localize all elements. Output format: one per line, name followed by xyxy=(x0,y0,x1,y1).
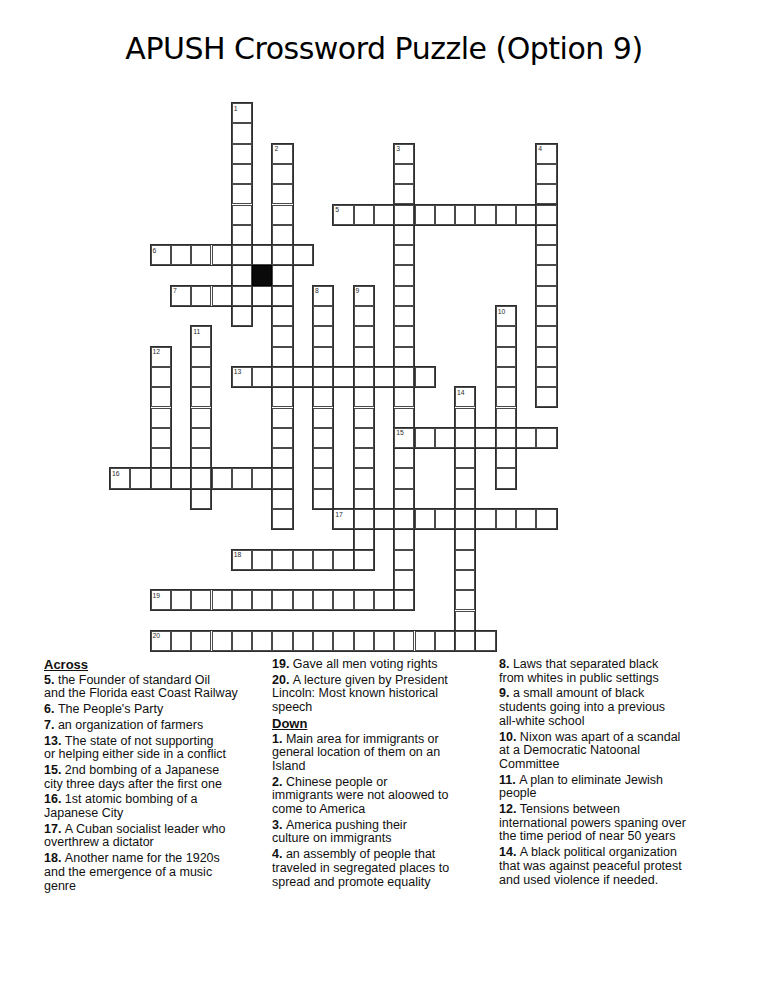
grid-cell[interactable] xyxy=(212,590,232,610)
clue-number: 18 xyxy=(234,551,242,558)
grid-cell[interactable] xyxy=(313,550,333,570)
grid-cell[interactable] xyxy=(151,387,171,407)
grid-cell[interactable] xyxy=(272,408,292,428)
grid-cell[interactable] xyxy=(232,306,252,326)
grid-cell[interactable] xyxy=(455,468,475,488)
grid-cell[interactable] xyxy=(272,509,292,529)
grid-cell[interactable] xyxy=(272,448,292,468)
grid-cell[interactable] xyxy=(394,164,414,184)
grid-cell[interactable] xyxy=(232,184,252,204)
clue-item-number: 19. xyxy=(272,657,289,671)
clue-4: 4. an assembly of people thattraveled in… xyxy=(272,848,502,889)
grid-cell[interactable] xyxy=(272,468,292,488)
crossword-grid: 1234567891011121314151617181920 xyxy=(0,0,768,660)
grid-cell[interactable] xyxy=(394,509,414,529)
grid-cell[interactable] xyxy=(354,509,374,529)
clue-number: 19 xyxy=(153,592,161,599)
grid-cell[interactable] xyxy=(191,387,211,407)
clue-item-number: 4. xyxy=(272,847,282,861)
clue-1: 1. Main area for immigrants orgeneral lo… xyxy=(272,733,502,774)
grid-cell[interactable] xyxy=(374,367,394,387)
grid-cell[interactable] xyxy=(475,428,495,448)
grid-cell[interactable] xyxy=(232,265,252,285)
grid-cell[interactable] xyxy=(293,550,313,570)
grid-cell[interactable] xyxy=(272,265,292,285)
grid-cell[interactable] xyxy=(394,205,414,225)
grid-cell[interactable] xyxy=(536,286,556,306)
grid-cell[interactable] xyxy=(252,590,272,610)
grid-cell[interactable] xyxy=(536,265,556,285)
grid-cell[interactable] xyxy=(516,428,536,448)
clue-item-number: 1. xyxy=(272,732,282,746)
grid-cell[interactable] xyxy=(272,225,292,245)
grid-cell[interactable] xyxy=(435,631,455,651)
grid-cell[interactable] xyxy=(394,225,414,245)
clue-14: 14. A black political organizationthat w… xyxy=(499,846,741,887)
clue-number: 20 xyxy=(153,632,161,639)
clue-item-number: 10. xyxy=(499,730,516,744)
grid-cell[interactable] xyxy=(151,367,171,387)
grid-cell[interactable] xyxy=(475,631,495,651)
grid-cell[interactable] xyxy=(536,306,556,326)
grid-cell[interactable] xyxy=(394,590,414,610)
grid-cell[interactable] xyxy=(496,347,516,367)
clue-6: 6. The People's Party xyxy=(44,703,276,717)
grid-cell[interactable] xyxy=(394,245,414,265)
grid-cell[interactable] xyxy=(374,590,394,610)
grid-cell[interactable] xyxy=(354,326,374,346)
grid-cell[interactable] xyxy=(496,205,516,225)
grid-cell[interactable] xyxy=(536,387,556,407)
grid-cell[interactable] xyxy=(333,590,353,610)
grid-cell[interactable] xyxy=(171,468,191,488)
grid-cell[interactable] xyxy=(536,509,556,529)
clue-3: 3. America pushing theirculture on immig… xyxy=(272,819,502,846)
clue-10: 10. Nixon was apart of a scandalat a Dem… xyxy=(499,731,741,772)
page: APUSH Crossword Puzzle (Option 9) 123456… xyxy=(0,0,768,994)
grid-cell[interactable] xyxy=(272,245,292,265)
grid-cell[interactable] xyxy=(394,367,414,387)
grid-cell[interactable] xyxy=(475,205,495,225)
clue-number: 4 xyxy=(538,145,542,152)
clue-number: 16 xyxy=(112,470,120,477)
grid-cell[interactable] xyxy=(455,408,475,428)
grid-cell[interactable] xyxy=(191,631,211,651)
grid-cell[interactable] xyxy=(232,245,252,265)
grid-cell[interactable] xyxy=(354,387,374,407)
grid-cell[interactable] xyxy=(212,245,232,265)
grid-cell[interactable] xyxy=(394,184,414,204)
grid-cell[interactable] xyxy=(333,550,353,570)
grid-cell[interactable] xyxy=(151,428,171,448)
grid-cell[interactable] xyxy=(354,428,374,448)
grid-cell[interactable] xyxy=(272,306,292,326)
clue-column-3: 8. Laws that separated blackfrom whites … xyxy=(499,658,741,889)
grid-cell[interactable] xyxy=(252,367,272,387)
clue-item-number: 17. xyxy=(44,822,61,836)
clue-number: 10 xyxy=(498,308,506,315)
grid-cell[interactable] xyxy=(333,631,353,651)
grid-cell[interactable] xyxy=(394,529,414,549)
grid-cell[interactable] xyxy=(496,408,516,428)
grid-cell[interactable] xyxy=(354,550,374,570)
grid-cell[interactable] xyxy=(212,631,232,651)
grid-cell[interactable] xyxy=(415,631,435,651)
clue-number: 7 xyxy=(173,287,177,294)
clue-number: 15 xyxy=(396,429,404,436)
down-header: Down xyxy=(272,717,502,731)
grid-cell[interactable] xyxy=(455,631,475,651)
grid-cell[interactable] xyxy=(455,509,475,529)
grid-cell[interactable] xyxy=(455,489,475,509)
grid-cell[interactable] xyxy=(394,306,414,326)
black-cell xyxy=(252,265,272,285)
grid-cell[interactable] xyxy=(354,408,374,428)
clue-11: 11. A plan to eliminate Jewishpeople xyxy=(499,774,741,801)
grid-cell[interactable] xyxy=(171,631,191,651)
clue-9: 9. a small amount of blackstudents going… xyxy=(499,687,741,728)
grid-cell[interactable] xyxy=(151,468,171,488)
grid-cell[interactable] xyxy=(191,448,211,468)
grid-cell[interactable] xyxy=(272,164,292,184)
grid-cell[interactable] xyxy=(191,468,211,488)
grid-cell[interactable] xyxy=(171,590,191,610)
clue-8: 8. Laws that separated blackfrom whites … xyxy=(499,658,741,685)
clue-number: 13 xyxy=(234,368,242,375)
grid-cell[interactable] xyxy=(212,468,232,488)
clue-15: 15. 2nd bombing of a Japanesecity three … xyxy=(44,764,276,791)
grid-cell[interactable] xyxy=(313,408,333,428)
grid-cell[interactable] xyxy=(354,489,374,509)
clue-number: 17 xyxy=(335,511,343,518)
clue-number: 6 xyxy=(153,247,157,254)
grid-cell[interactable] xyxy=(394,347,414,367)
grid-cell[interactable] xyxy=(516,205,536,225)
grid-cell[interactable] xyxy=(313,631,333,651)
grid-cell[interactable] xyxy=(151,408,171,428)
grid-cell[interactable] xyxy=(496,468,516,488)
clue-19: 19. Gave all men voting rights xyxy=(272,658,502,672)
clue-number: 14 xyxy=(457,389,465,396)
grid-cell[interactable] xyxy=(232,123,252,143)
grid-cell[interactable] xyxy=(212,286,232,306)
grid-cell[interactable] xyxy=(435,509,455,529)
grid-cell[interactable] xyxy=(536,184,556,204)
grid-cell[interactable] xyxy=(191,428,211,448)
grid-cell[interactable] xyxy=(374,631,394,651)
grid-cell[interactable] xyxy=(455,611,475,631)
clue-7: 7. an organization of farmers xyxy=(44,719,276,733)
grid-cell[interactable] xyxy=(293,590,313,610)
grid-cell[interactable] xyxy=(272,184,292,204)
clue-column-1: Across5. the Founder of standard Oiland … xyxy=(44,658,276,895)
grid-cell[interactable] xyxy=(415,509,435,529)
grid-cell[interactable] xyxy=(130,468,150,488)
grid-cell[interactable] xyxy=(394,448,414,468)
clue-item-number: 3. xyxy=(272,818,282,832)
grid-cell[interactable] xyxy=(394,408,414,428)
clue-column-2: 19. Gave all men voting rights20. A lect… xyxy=(272,658,502,891)
clue-item-number: 7. xyxy=(44,718,54,732)
clue-number: 12 xyxy=(153,348,161,355)
grid-cell[interactable] xyxy=(394,489,414,509)
grid-cell[interactable] xyxy=(354,590,374,610)
clue-item-number: 5. xyxy=(44,673,54,687)
grid-cell[interactable] xyxy=(394,468,414,488)
grid-cell[interactable] xyxy=(313,347,333,367)
clue-12: 12. Tensions betweeninternational powers… xyxy=(499,803,741,844)
grid-cell[interactable] xyxy=(272,590,292,610)
grid-cell[interactable] xyxy=(272,550,292,570)
grid-cell[interactable] xyxy=(394,286,414,306)
grid-cell[interactable] xyxy=(272,631,292,651)
clue-number: 3 xyxy=(396,145,400,152)
clue-16: 16. 1st atomic bombing of aJapanese City xyxy=(44,793,276,820)
grid-cell[interactable] xyxy=(232,164,252,184)
grid-cell[interactable] xyxy=(455,590,475,610)
grid-cell[interactable] xyxy=(272,367,292,387)
grid-cell[interactable] xyxy=(354,529,374,549)
grid-cell[interactable] xyxy=(415,367,435,387)
grid-cell[interactable] xyxy=(313,306,333,326)
grid-cell[interactable] xyxy=(394,631,414,651)
clue-item-number: 6. xyxy=(44,702,54,716)
grid-cell[interactable] xyxy=(536,367,556,387)
grid-cell[interactable] xyxy=(415,428,435,448)
grid-cell[interactable] xyxy=(272,286,292,306)
clue-item-number: 14. xyxy=(499,845,516,859)
grid-cell[interactable] xyxy=(313,590,333,610)
grid-cell[interactable] xyxy=(455,550,475,570)
grid-cell[interactable] xyxy=(232,205,252,225)
grid-cell[interactable] xyxy=(272,347,292,367)
grid-cell[interactable] xyxy=(313,367,333,387)
clue-item-number: 18. xyxy=(44,851,61,865)
across-header: Across xyxy=(44,658,276,672)
clue-20: 20. A lecture given by PresidentLincoln:… xyxy=(272,674,502,715)
grid-cell[interactable] xyxy=(313,387,333,407)
clue-2: 2. Chinese people orimmigrants were not … xyxy=(272,776,502,817)
grid-cell[interactable] xyxy=(415,205,435,225)
grid-cell[interactable] xyxy=(354,306,374,326)
grid-cell[interactable] xyxy=(232,468,252,488)
grid-cell[interactable] xyxy=(394,387,414,407)
grid-cell[interactable] xyxy=(313,326,333,346)
clue-item-number: 2. xyxy=(272,775,282,789)
grid-cell[interactable] xyxy=(313,448,333,468)
grid-cell[interactable] xyxy=(232,286,252,306)
grid-cell[interactable] xyxy=(536,347,556,367)
grid-cell[interactable] xyxy=(536,326,556,346)
grid-cell[interactable] xyxy=(496,428,516,448)
clue-item-number: 9. xyxy=(499,686,509,700)
grid-cell[interactable] xyxy=(232,590,252,610)
grid-cell[interactable] xyxy=(496,387,516,407)
grid-cell[interactable] xyxy=(293,367,313,387)
grid-cell[interactable] xyxy=(232,144,252,164)
grid-cell[interactable] xyxy=(252,550,272,570)
clue-5: 5. the Founder of standard Oiland the Fl… xyxy=(44,674,276,701)
grid-cell[interactable] xyxy=(272,205,292,225)
grid-cell[interactable] xyxy=(496,367,516,387)
grid-cell[interactable] xyxy=(252,286,272,306)
clue-18: 18. Another name for the 1920sand the em… xyxy=(44,852,276,893)
grid-cell[interactable] xyxy=(475,509,495,529)
clue-number: 9 xyxy=(356,287,360,294)
grid-cell[interactable] xyxy=(394,570,414,590)
grid-cell[interactable] xyxy=(455,570,475,590)
clue-item-number: 15. xyxy=(44,763,61,777)
grid-cell[interactable] xyxy=(293,245,313,265)
grid-cell[interactable] xyxy=(232,631,252,651)
clue-item-number: 11. xyxy=(499,773,516,787)
grid-cell[interactable] xyxy=(516,509,536,529)
grid-cell[interactable] xyxy=(354,448,374,468)
clue-item-number: 8. xyxy=(499,657,509,671)
grid-cell[interactable] xyxy=(374,205,394,225)
grid-cell[interactable] xyxy=(272,489,292,509)
grid-cell[interactable] xyxy=(252,468,272,488)
grid-cell[interactable] xyxy=(252,245,272,265)
grid-cell[interactable] xyxy=(191,489,211,509)
grid-cell[interactable] xyxy=(354,367,374,387)
grid-cell[interactable] xyxy=(191,408,211,428)
grid-cell[interactable] xyxy=(496,326,516,346)
grid-cell[interactable] xyxy=(354,631,374,651)
grid-cell[interactable] xyxy=(313,428,333,448)
clue-number: 2 xyxy=(274,145,278,152)
grid-cell[interactable] xyxy=(496,448,516,468)
grid-cell[interactable] xyxy=(394,265,414,285)
grid-cell[interactable] xyxy=(536,164,556,184)
grid-cell[interactable] xyxy=(272,428,292,448)
grid-cell[interactable] xyxy=(191,286,211,306)
grid-cell[interactable] xyxy=(536,225,556,245)
grid-cell[interactable] xyxy=(191,590,211,610)
grid-cell[interactable] xyxy=(151,448,171,468)
grid-cell[interactable] xyxy=(333,367,353,387)
clue-item-number: 12. xyxy=(499,802,516,816)
grid-cell[interactable] xyxy=(536,205,556,225)
grid-cell[interactable] xyxy=(394,326,414,346)
clue-item-number: 20. xyxy=(272,673,289,687)
grid-cell[interactable] xyxy=(354,347,374,367)
grid-cell[interactable] xyxy=(374,509,394,529)
clue-number: 8 xyxy=(315,287,319,294)
grid-cell[interactable] xyxy=(455,428,475,448)
grid-cell[interactable] xyxy=(191,245,211,265)
grid-cell[interactable] xyxy=(232,225,252,245)
clue-number: 5 xyxy=(335,206,339,213)
grid-cell[interactable] xyxy=(171,245,191,265)
grid-cell[interactable] xyxy=(191,347,211,367)
grid-cell[interactable] xyxy=(252,631,272,651)
clue-13: 13. The state of not supportingor helpin… xyxy=(44,735,276,762)
grid-cell[interactable] xyxy=(313,489,333,509)
clue-item-number: 16. xyxy=(44,792,61,806)
clue-number: 11 xyxy=(193,328,200,335)
clue-17: 17. A Cuban socialist leader whooverthre… xyxy=(44,823,276,850)
grid-cell[interactable] xyxy=(435,205,455,225)
grid-cell[interactable] xyxy=(272,387,292,407)
clue-item-number: 13. xyxy=(44,734,61,748)
grid-cell[interactable] xyxy=(394,550,414,570)
grid-cell[interactable] xyxy=(536,428,556,448)
grid-cell[interactable] xyxy=(455,529,475,549)
grid-cell[interactable] xyxy=(536,245,556,265)
grid-cell[interactable] xyxy=(313,468,333,488)
grid-cell[interactable] xyxy=(354,468,374,488)
grid-cell[interactable] xyxy=(354,205,374,225)
grid-cell[interactable] xyxy=(191,367,211,387)
grid-cell[interactable] xyxy=(455,448,475,468)
grid-cell[interactable] xyxy=(455,205,475,225)
grid-cell[interactable] xyxy=(293,631,313,651)
grid-cell[interactable] xyxy=(272,326,292,346)
clue-number: 1 xyxy=(234,105,238,112)
grid-cell[interactable] xyxy=(435,428,455,448)
grid-cell[interactable] xyxy=(496,509,516,529)
